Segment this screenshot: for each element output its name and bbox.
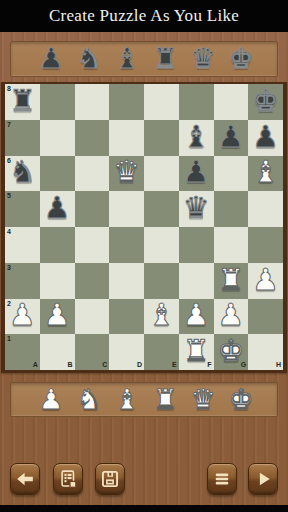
white-king-slot: ♚: [222, 386, 260, 414]
square-c8[interactable]: [75, 84, 110, 120]
square-h5[interactable]: [248, 191, 283, 227]
black-rook[interactable]: ♜: [9, 86, 36, 116]
bottom-strip: [0, 505, 288, 512]
rank-label: 5: [7, 192, 11, 200]
board-grid: 8♜♚7♝♟♟6♞♛♟♝5♟♛43♜♟2♟♟♝♟♟1ABCDEF♜G♚H: [5, 84, 283, 370]
black-bishop[interactable]: ♝: [114, 45, 139, 73]
white-bishop-slot: ♝: [108, 386, 146, 414]
white-bishop[interactable]: ♝: [252, 157, 279, 187]
square-c5[interactable]: [75, 191, 110, 227]
play-button[interactable]: [248, 463, 278, 495]
square-g3[interactable]: ♜: [214, 263, 249, 299]
square-f2[interactable]: ♟: [179, 299, 214, 335]
rank-label: 6: [7, 157, 11, 165]
file-label: F: [207, 361, 211, 369]
square-h4[interactable]: [248, 227, 283, 263]
white-rook[interactable]: ♜: [217, 265, 244, 295]
square-e4[interactable]: [144, 227, 179, 263]
square-f4[interactable]: [179, 227, 214, 263]
black-knight[interactable]: ♞: [9, 157, 36, 187]
white-pawn[interactable]: ♟: [9, 300, 36, 330]
black-king[interactable]: ♚: [252, 86, 279, 116]
black-rook-slot: ♜: [146, 45, 184, 73]
black-bishop-slot: ♝: [108, 45, 146, 73]
white-queen[interactable]: ♛: [113, 157, 140, 187]
title-bar: Create Puzzle As You Like: [0, 0, 288, 32]
square-a5[interactable]: 5: [5, 191, 40, 227]
file-label: A: [33, 361, 38, 369]
white-rook-slot: ♜: [146, 386, 184, 414]
square-a4[interactable]: 4: [5, 227, 40, 263]
square-a3[interactable]: 3: [5, 263, 40, 299]
file-label: D: [137, 361, 142, 369]
square-h6[interactable]: ♝: [248, 156, 283, 192]
black-king-slot: ♚: [222, 45, 260, 73]
file-label: E: [172, 361, 177, 369]
square-b1[interactable]: B: [40, 334, 75, 370]
square-f6[interactable]: ♟: [179, 156, 214, 192]
rank-label: 3: [7, 264, 11, 272]
white-queen-slot: ♛: [184, 386, 222, 414]
white-pawn[interactable]: ♟: [217, 300, 244, 330]
white-knight[interactable]: ♞: [76, 386, 101, 414]
white-pawn[interactable]: ♟: [252, 265, 279, 295]
square-b6[interactable]: [40, 156, 75, 192]
square-b5[interactable]: ♟: [40, 191, 75, 227]
black-queen[interactable]: ♛: [183, 193, 210, 223]
white-rook[interactable]: ♜: [183, 336, 210, 366]
square-h1[interactable]: H: [248, 334, 283, 370]
square-a1[interactable]: 1A: [5, 334, 40, 370]
square-d7[interactable]: [109, 120, 144, 156]
white-queen[interactable]: ♛: [190, 386, 215, 414]
square-e5[interactable]: [144, 191, 179, 227]
rank-label: 1: [7, 335, 11, 343]
square-a7[interactable]: 7: [5, 120, 40, 156]
black-pawn[interactable]: ♟: [252, 122, 279, 152]
back-button[interactable]: [10, 463, 40, 495]
square-a6[interactable]: 6♞: [5, 156, 40, 192]
square-a2[interactable]: 2♟: [5, 299, 40, 335]
square-e8[interactable]: [144, 84, 179, 120]
rank-label: 8: [7, 85, 11, 93]
white-bishop[interactable]: ♝: [114, 386, 139, 414]
black-rook[interactable]: ♜: [152, 45, 177, 73]
square-c3[interactable]: [75, 263, 110, 299]
square-h8[interactable]: ♚: [248, 84, 283, 120]
save-button[interactable]: [95, 463, 125, 495]
square-d3[interactable]: [109, 263, 144, 299]
white-king[interactable]: ♚: [228, 386, 253, 414]
square-b2[interactable]: ♟: [40, 299, 75, 335]
white-knight-slot: ♞: [70, 386, 108, 414]
file-label: H: [276, 361, 281, 369]
black-pawn[interactable]: ♟: [217, 122, 244, 152]
square-f7[interactable]: ♝: [179, 120, 214, 156]
square-g6[interactable]: [214, 156, 249, 192]
square-d6[interactable]: ♛: [109, 156, 144, 192]
square-a8[interactable]: 8♜: [5, 84, 40, 120]
square-d4[interactable]: [109, 227, 144, 263]
black-pawn[interactable]: ♟: [44, 193, 71, 223]
square-e3[interactable]: [144, 263, 179, 299]
square-d2[interactable]: [109, 299, 144, 335]
file-label: C: [102, 361, 107, 369]
square-e1[interactable]: E: [144, 334, 179, 370]
file-label: G: [241, 361, 246, 369]
square-b7[interactable]: [40, 120, 75, 156]
black-piece-tray: ♟♞♝♜♛♚: [10, 41, 278, 77]
black-knight-slot: ♞: [70, 45, 108, 73]
square-e6[interactable]: [144, 156, 179, 192]
square-g7[interactable]: ♟: [214, 120, 249, 156]
white-pawn[interactable]: ♟: [38, 386, 63, 414]
square-g1[interactable]: G♚: [214, 334, 249, 370]
square-b3[interactable]: [40, 263, 75, 299]
black-queen[interactable]: ♛: [190, 45, 215, 73]
black-queen-slot: ♛: [184, 45, 222, 73]
black-pawn-slot: ♟: [32, 45, 70, 73]
square-g8[interactable]: [214, 84, 249, 120]
square-e2[interactable]: ♝: [144, 299, 179, 335]
rank-label: 4: [7, 228, 11, 236]
square-c2[interactable]: [75, 299, 110, 335]
square-g2[interactable]: ♟: [214, 299, 249, 335]
back-arrow-icon: [14, 468, 36, 490]
square-c6[interactable]: [75, 156, 110, 192]
square-h7[interactable]: ♟: [248, 120, 283, 156]
rank-label: 7: [7, 121, 11, 129]
chess-board: 8♜♚7♝♟♟6♞♛♟♝5♟♛43♜♟2♟♟♝♟♟1ABCDEF♜G♚H: [1, 82, 287, 373]
file-label: B: [67, 361, 72, 369]
rank-label: 2: [7, 300, 11, 308]
menu-button[interactable]: [207, 463, 237, 495]
square-g5[interactable]: [214, 191, 249, 227]
square-g4[interactable]: [214, 227, 249, 263]
square-e7[interactable]: [144, 120, 179, 156]
clipboard-list-icon: [57, 468, 79, 490]
square-d5[interactable]: [109, 191, 144, 227]
white-piece-tray: ♟♞♝♜♛♚: [10, 382, 278, 417]
square-b8[interactable]: [40, 84, 75, 120]
square-f8[interactable]: [179, 84, 214, 120]
black-pawn[interactable]: ♟: [38, 45, 63, 73]
black-knight[interactable]: ♞: [76, 45, 101, 73]
square-f3[interactable]: [179, 263, 214, 299]
page-title: Create Puzzle As You Like: [49, 6, 239, 26]
load-position-button[interactable]: [53, 463, 83, 495]
floppy-disk-icon: [99, 468, 121, 490]
square-d1[interactable]: D: [109, 334, 144, 370]
black-pawn[interactable]: ♟: [183, 157, 210, 187]
white-bishop[interactable]: ♝: [148, 300, 175, 330]
square-b4[interactable]: [40, 227, 75, 263]
square-c7[interactable]: [75, 120, 110, 156]
play-triangle-icon: [252, 468, 274, 490]
square-h2[interactable]: [248, 299, 283, 335]
square-f1[interactable]: F♜: [179, 334, 214, 370]
hamburger-menu-icon: [211, 468, 233, 490]
square-f5[interactable]: ♛: [179, 191, 214, 227]
white-rook[interactable]: ♜: [152, 386, 177, 414]
square-c4[interactable]: [75, 227, 110, 263]
square-c1[interactable]: C: [75, 334, 110, 370]
white-pawn-slot: ♟: [32, 386, 70, 414]
square-d8[interactable]: [109, 84, 144, 120]
wood-background: ♟♞♝♜♛♚ 8♜♚7♝♟♟6♞♛♟♝5♟♛43♜♟2♟♟♝♟♟1ABCDEF♜…: [0, 32, 288, 512]
white-pawn[interactable]: ♟: [44, 300, 71, 330]
square-h3[interactable]: ♟: [248, 263, 283, 299]
white-pawn[interactable]: ♟: [183, 300, 210, 330]
black-king[interactable]: ♚: [228, 45, 253, 73]
black-bishop[interactable]: ♝: [183, 122, 210, 152]
